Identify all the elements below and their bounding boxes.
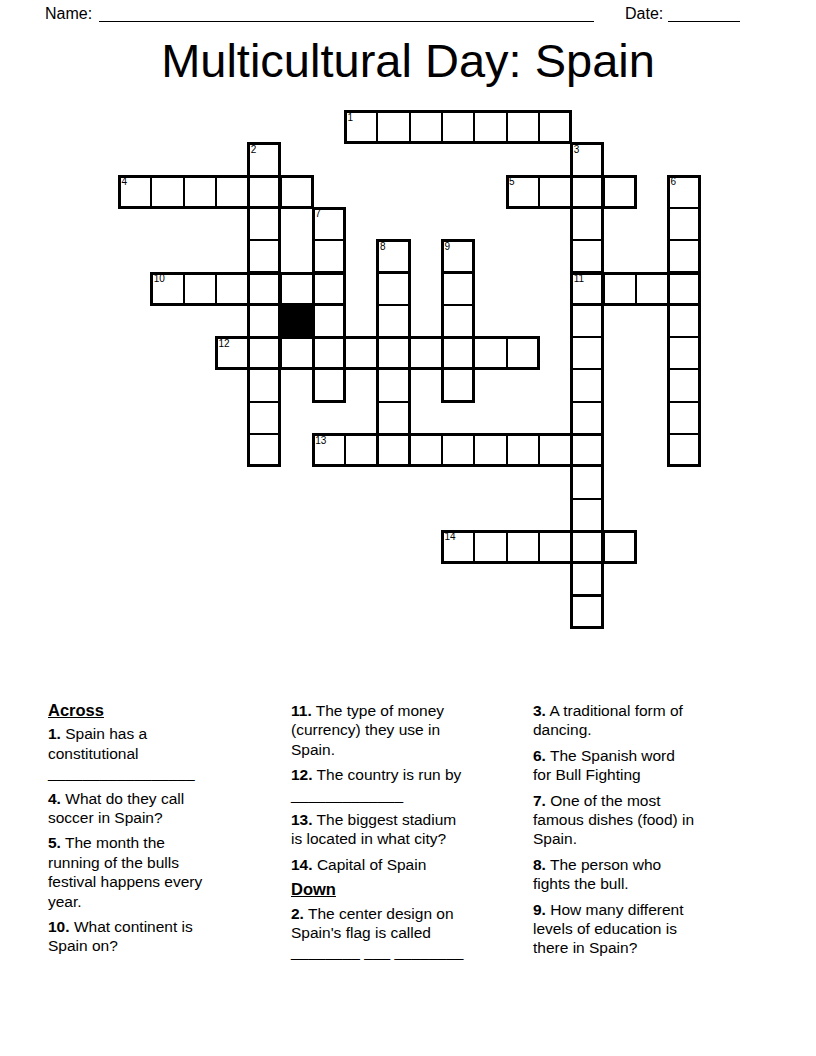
cell-r3c14[interactable] [570,207,604,241]
clue-text: Spain has a constitutional _____________… [48,725,195,781]
clue-number-9: 9 [445,242,451,252]
clue-across-4: 4. What do they call soccer in Spain? [48,789,214,828]
cell-r13c13[interactable] [538,530,572,564]
clue-number-7: 7 [315,209,321,219]
clue-down-9: 9. How many different levels of educatio… [533,900,696,958]
clue-text: One of the most famous dishes (food) in … [533,792,694,848]
clue-down-8: 8. The person who fights the bull. [533,855,696,894]
cell-r4c14[interactable] [570,239,604,273]
cell-r6c14[interactable] [570,304,604,338]
cell-r7c5[interactable] [280,336,314,370]
clues-column-across: Across1. Spain has a constitutional ____… [48,701,214,962]
clue-down-3: 3. A traditional form of dancing. [533,701,696,740]
cell-r8c14[interactable] [570,368,604,402]
across-heading: Across [48,701,214,720]
clue-across-10: 10. What continent is Spain on? [48,917,214,956]
cell-r0c13[interactable] [538,110,572,144]
cell-r8c6[interactable] [312,368,346,402]
clue-text: The person who fights the bull. [533,856,661,892]
cell-r0c8[interactable] [376,110,410,144]
clue-number-6: 6 [671,177,677,187]
clue-number-label: 14. [291,856,313,873]
cell-r4c6[interactable] [312,239,346,273]
clue-number-13: 13 [315,436,326,446]
cell-r10c17[interactable] [667,433,701,467]
name-blank-line[interactable] [99,21,594,22]
clue-text: The biggest stadium is located in what c… [291,811,456,847]
clue-text: Capital of Spain [317,856,426,873]
clue-text: How many different levels of education i… [533,901,684,957]
cell-r5c4[interactable] [247,272,281,306]
cell-r2c14[interactable] [570,175,604,209]
clue-number-label: 6. [533,747,546,764]
cell-r6c8[interactable] [376,304,410,338]
cell-r7c12[interactable] [506,336,540,370]
cell-r12c14[interactable] [570,498,604,532]
cell-r3c17[interactable] [667,207,701,241]
cell-r7c9[interactable] [409,336,443,370]
cell-r7c10[interactable] [441,336,475,370]
clue-number-label: 10. [48,918,70,935]
cell-r0c10[interactable] [441,110,475,144]
cell-r7c4[interactable] [247,336,281,370]
clue-number-label: 12. [291,766,313,783]
cell-r6c6[interactable] [312,304,346,338]
clue-across-13: 13. The biggest stadium is located in wh… [291,810,468,849]
cell-r5c16[interactable] [635,272,669,306]
cell-r13c11[interactable] [473,530,507,564]
cell-r2c4[interactable] [247,175,281,209]
cell-r7c6[interactable] [312,336,346,370]
cell-r2c2[interactable] [183,175,217,209]
clue-number-14: 14 [445,532,456,542]
cell-r10c4[interactable] [247,433,281,467]
cell-r4c17[interactable] [667,239,701,273]
cell-r7c11[interactable] [473,336,507,370]
clue-down-7: 7. One of the most famous dishes (food) … [533,791,696,849]
cell-r8c10[interactable] [441,368,475,402]
cell-r10c13[interactable] [538,433,572,467]
clue-number-label: 1. [48,725,61,742]
cell-r0c9[interactable] [409,110,443,144]
clue-text: A traditional form of dancing. [533,702,683,738]
date-blank-line[interactable] [668,21,740,22]
clues-column-middle: 11. The type of money (currency) they us… [291,701,468,968]
clue-across-14: 14. Capital of Spain [291,855,468,874]
cell-r10c10[interactable] [441,433,475,467]
cell-r6c4[interactable] [247,304,281,338]
cell-r7c7[interactable] [344,336,378,370]
clues-column-down: 3. A traditional form of dancing.6. The … [533,701,696,964]
cell-r10c8[interactable] [376,433,410,467]
cell-r7c14[interactable] [570,336,604,370]
cell-r5c10[interactable] [441,272,475,306]
clue-number-11: 11 [574,274,584,284]
cell-r0c12[interactable] [506,110,540,144]
cell-r7c17[interactable] [667,336,701,370]
clue-number-12: 12 [218,339,229,349]
cell-r9c14[interactable] [570,401,604,435]
cell-r8c8[interactable] [376,368,410,402]
clue-text: The country is run by _____________ [291,766,461,802]
clue-number-2: 2 [251,145,257,155]
cell-r5c5[interactable] [280,272,314,306]
clue-number-8: 8 [380,242,386,252]
cell-r10c7[interactable] [344,433,378,467]
cell-r2c5[interactable] [280,175,314,209]
clue-down-6: 6. The Spanish word for Bull Fighting [533,746,696,785]
name-label: Name: [45,5,92,23]
page-title: Multicultural Day: Spain [0,33,816,88]
cell-r5c8[interactable] [376,272,410,306]
black-cell-r6c5 [280,304,314,338]
cell-r5c17[interactable] [667,272,701,306]
cell-r2c13[interactable] [538,175,572,209]
clue-across-5: 5. The month the running of the bulls fe… [48,833,214,911]
cell-r2c3[interactable] [215,175,249,209]
cell-r8c17[interactable] [667,368,701,402]
cell-r2c15[interactable] [603,175,637,209]
cell-r9c4[interactable] [247,401,281,435]
clue-number-label: 11. [291,702,312,719]
clue-number-label: 2. [291,905,304,922]
clue-number-1: 1 [348,113,354,123]
cell-r8c4[interactable] [247,368,281,402]
clue-across-11: 11. The type of money (currency) they us… [291,701,468,759]
cell-r7c8[interactable] [376,336,410,370]
clue-number-label: 3. [533,702,546,719]
clue-number-label: 13. [291,811,313,828]
clue-down-2: 2. The center design on Spain's flag is … [291,904,468,962]
clue-text: The center design on Spain's flag is cal… [291,905,463,961]
down-heading: Down [291,880,468,899]
clue-text: The type of money (currency) they use in… [291,702,444,758]
cell-r6c17[interactable] [667,304,701,338]
clue-number-label: 9. [533,901,546,918]
cell-r5c2[interactable] [183,272,217,306]
cell-r2c1[interactable] [150,175,184,209]
clue-number-4: 4 [122,177,128,187]
cell-r15c14[interactable] [570,595,604,629]
clue-number-label: 5. [48,834,61,851]
cell-r9c8[interactable] [376,401,410,435]
crossword-grid: 1234567891011121314 [118,110,702,629]
clue-number-10: 10 [154,274,165,284]
clue-number-label: 7. [533,792,546,809]
clue-number-5: 5 [509,177,515,187]
cell-r0c11[interactable] [473,110,507,144]
clue-across-1: 1. Spain has a constitutional __________… [48,724,214,782]
cell-r5c3[interactable] [215,272,249,306]
cell-r13c14[interactable] [570,530,604,564]
cell-r4c4[interactable] [247,239,281,273]
cell-r10c9[interactable] [409,433,443,467]
cell-r10c14[interactable] [570,433,604,467]
clue-number-label: 8. [533,856,546,873]
cell-r6c10[interactable] [441,304,475,338]
cell-r5c6[interactable] [312,272,346,306]
cell-r10c11[interactable] [473,433,507,467]
clue-text: The month the running of the bulls festi… [48,834,202,909]
clue-across-12: 12. The country is run by _____________ [291,765,468,804]
cell-r10c12[interactable] [506,433,540,467]
clue-text: What continent is Spain on? [48,918,193,954]
cell-r5c15[interactable] [603,272,637,306]
clue-text: What do they call soccer in Spain? [48,790,184,826]
cell-r14c14[interactable] [570,562,604,596]
clue-number-label: 4. [48,790,61,807]
cell-r11c14[interactable] [570,465,604,499]
cell-r13c15[interactable] [603,530,637,564]
cell-r3c4[interactable] [247,207,281,241]
date-label: Date: [625,5,663,23]
clue-number-3: 3 [574,145,580,155]
cell-r13c12[interactable] [506,530,540,564]
cell-r9c17[interactable] [667,401,701,435]
clue-text: The Spanish word for Bull Fighting [533,747,675,783]
